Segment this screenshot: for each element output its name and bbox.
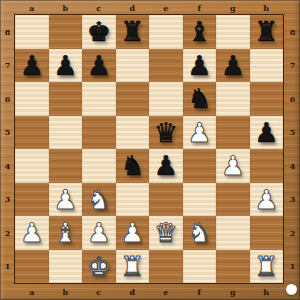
square-g4[interactable]: ♟ <box>216 149 250 183</box>
square-h1[interactable]: ♜ <box>250 250 284 284</box>
square-c1[interactable]: ♚ <box>82 250 116 284</box>
square-a8[interactable] <box>15 15 49 49</box>
rank-label-right-8: 8 <box>286 15 299 49</box>
rank-label-left-4: 4 <box>1 149 14 183</box>
piece-black-pawn[interactable]: ♟ <box>254 119 278 146</box>
square-g1[interactable] <box>216 250 250 284</box>
square-g8[interactable] <box>216 15 250 49</box>
file-label-top-d: d <box>116 1 150 14</box>
square-h5[interactable]: ♟ <box>250 116 284 150</box>
square-g3[interactable] <box>216 183 250 217</box>
rank-labels-right: 87654321 <box>286 15 299 283</box>
file-label-bottom-h: h <box>250 285 284 298</box>
square-c5[interactable] <box>82 116 116 150</box>
piece-white-rook[interactable]: ♜ <box>120 253 144 280</box>
rank-labels-left: 87654321 <box>1 15 14 283</box>
piece-black-knight[interactable]: ♞ <box>187 85 211 112</box>
file-label-bottom-a: a <box>15 285 49 298</box>
square-d6[interactable] <box>116 82 150 116</box>
rank-label-left-5: 5 <box>1 116 14 150</box>
file-labels-top: abcdefgh <box>15 1 283 14</box>
square-a4[interactable] <box>15 149 49 183</box>
square-f1[interactable] <box>183 250 217 284</box>
rank-label-right-5: 5 <box>286 116 299 150</box>
square-d8[interactable]: ♜ <box>116 15 150 49</box>
square-e1[interactable] <box>149 250 183 284</box>
square-f5[interactable]: ♟ <box>183 116 217 150</box>
file-label-top-f: f <box>183 1 217 14</box>
piece-white-knight[interactable]: ♞ <box>87 186 111 213</box>
square-f8[interactable]: ♝ <box>183 15 217 49</box>
square-b4[interactable] <box>49 149 83 183</box>
square-e2[interactable]: ♛ <box>149 216 183 250</box>
square-b2[interactable]: ♝ <box>49 216 83 250</box>
file-label-bottom-g: g <box>216 285 250 298</box>
rank-label-right-2: 2 <box>286 216 299 250</box>
square-c3[interactable]: ♞ <box>82 183 116 217</box>
piece-black-bishop[interactable]: ♝ <box>187 18 211 45</box>
rank-label-left-3: 3 <box>1 183 14 217</box>
piece-white-bishop[interactable]: ♝ <box>53 219 77 246</box>
square-d3[interactable] <box>116 183 150 217</box>
piece-white-pawn[interactable]: ♟ <box>20 219 44 246</box>
square-b6[interactable] <box>49 82 83 116</box>
square-b3[interactable]: ♟ <box>49 183 83 217</box>
file-label-top-b: b <box>49 1 83 14</box>
square-d5[interactable] <box>116 116 150 150</box>
square-c4[interactable] <box>82 149 116 183</box>
square-f7[interactable]: ♟ <box>183 49 217 83</box>
piece-black-king[interactable]: ♚ <box>87 18 111 45</box>
file-label-bottom-e: e <box>149 285 183 298</box>
piece-white-pawn[interactable]: ♟ <box>53 186 77 213</box>
square-f2[interactable]: ♞ <box>183 216 217 250</box>
square-h7[interactable] <box>250 49 284 83</box>
board: ♚♜♝♜♟♟♟♟♟♞♛♟♟♞♟♟♟♞♟♟♝♟♟♛♞♚♜♜ <box>14 14 284 284</box>
square-f4[interactable] <box>183 149 217 183</box>
piece-white-pawn[interactable]: ♟ <box>187 119 211 146</box>
square-g2[interactable] <box>216 216 250 250</box>
square-d4[interactable]: ♞ <box>116 149 150 183</box>
rank-label-left-2: 2 <box>1 216 14 250</box>
piece-black-pawn[interactable]: ♟ <box>221 52 245 79</box>
piece-white-pawn[interactable]: ♟ <box>87 219 111 246</box>
rank-label-right-4: 4 <box>286 149 299 183</box>
square-f6[interactable]: ♞ <box>183 82 217 116</box>
piece-black-rook[interactable]: ♜ <box>120 18 144 45</box>
square-b7[interactable]: ♟ <box>49 49 83 83</box>
square-e7[interactable] <box>149 49 183 83</box>
square-g6[interactable] <box>216 82 250 116</box>
piece-white-pawn[interactable]: ♟ <box>221 152 245 179</box>
file-label-bottom-c: c <box>82 285 116 298</box>
square-a1[interactable] <box>15 250 49 284</box>
file-label-bottom-d: d <box>116 285 150 298</box>
piece-black-pawn[interactable]: ♟ <box>53 52 77 79</box>
file-label-bottom-b: b <box>49 285 83 298</box>
square-a5[interactable] <box>15 116 49 150</box>
square-h8[interactable]: ♜ <box>250 15 284 49</box>
chess-board-frame: abcdefgh 87654321 87654321 ♚♜♝♜♟♟♟♟♟♞♛♟♟… <box>0 0 300 300</box>
square-d2[interactable]: ♟ <box>116 216 150 250</box>
piece-white-pawn[interactable]: ♟ <box>120 219 144 246</box>
square-h2[interactable] <box>250 216 284 250</box>
white-to-move-indicator <box>286 284 297 295</box>
piece-black-rook[interactable]: ♜ <box>254 18 278 45</box>
file-labels-bottom: abcdefgh <box>15 285 283 298</box>
square-b1[interactable] <box>49 250 83 284</box>
square-e6[interactable] <box>149 82 183 116</box>
square-a3[interactable] <box>15 183 49 217</box>
piece-white-queen[interactable]: ♛ <box>154 219 178 246</box>
square-h6[interactable] <box>250 82 284 116</box>
file-label-top-e: e <box>149 1 183 14</box>
square-c2[interactable]: ♟ <box>82 216 116 250</box>
square-c8[interactable]: ♚ <box>82 15 116 49</box>
square-h3[interactable]: ♟ <box>250 183 284 217</box>
rank-label-left-8: 8 <box>1 15 14 49</box>
piece-white-pawn[interactable]: ♟ <box>254 186 278 213</box>
square-e4[interactable]: ♟ <box>149 149 183 183</box>
file-label-bottom-f: f <box>183 285 217 298</box>
square-g7[interactable]: ♟ <box>216 49 250 83</box>
piece-white-knight[interactable]: ♞ <box>187 219 211 246</box>
piece-white-king[interactable]: ♚ <box>87 253 111 280</box>
piece-black-pawn[interactable]: ♟ <box>187 52 211 79</box>
square-b5[interactable] <box>49 116 83 150</box>
square-e5[interactable]: ♛ <box>149 116 183 150</box>
file-label-top-g: g <box>216 1 250 14</box>
square-f3[interactable] <box>183 183 217 217</box>
square-b8[interactable] <box>49 15 83 49</box>
piece-white-rook[interactable]: ♜ <box>254 253 278 280</box>
file-label-top-c: c <box>82 1 116 14</box>
rank-label-left-1: 1 <box>1 250 14 284</box>
rank-label-right-6: 6 <box>286 82 299 116</box>
square-e8[interactable] <box>149 15 183 49</box>
piece-black-pawn[interactable]: ♟ <box>154 152 178 179</box>
square-h4[interactable] <box>250 149 284 183</box>
file-label-top-a: a <box>15 1 49 14</box>
rank-label-left-6: 6 <box>1 82 14 116</box>
rank-label-right-1: 1 <box>286 250 299 284</box>
square-d7[interactable] <box>116 49 150 83</box>
piece-black-queen[interactable]: ♛ <box>154 119 178 146</box>
rank-label-right-7: 7 <box>286 49 299 83</box>
rank-label-right-3: 3 <box>286 183 299 217</box>
square-d1[interactable]: ♜ <box>116 250 150 284</box>
square-a7[interactable]: ♟ <box>15 49 49 83</box>
rank-label-left-7: 7 <box>1 49 14 83</box>
piece-black-pawn[interactable]: ♟ <box>87 52 111 79</box>
square-c7[interactable]: ♟ <box>82 49 116 83</box>
square-a6[interactable] <box>15 82 49 116</box>
square-g5[interactable] <box>216 116 250 150</box>
piece-black-knight[interactable]: ♞ <box>120 152 144 179</box>
square-a2[interactable]: ♟ <box>15 216 49 250</box>
piece-black-pawn[interactable]: ♟ <box>20 52 44 79</box>
square-e3[interactable] <box>149 183 183 217</box>
file-label-top-h: h <box>250 1 284 14</box>
square-c6[interactable] <box>82 82 116 116</box>
